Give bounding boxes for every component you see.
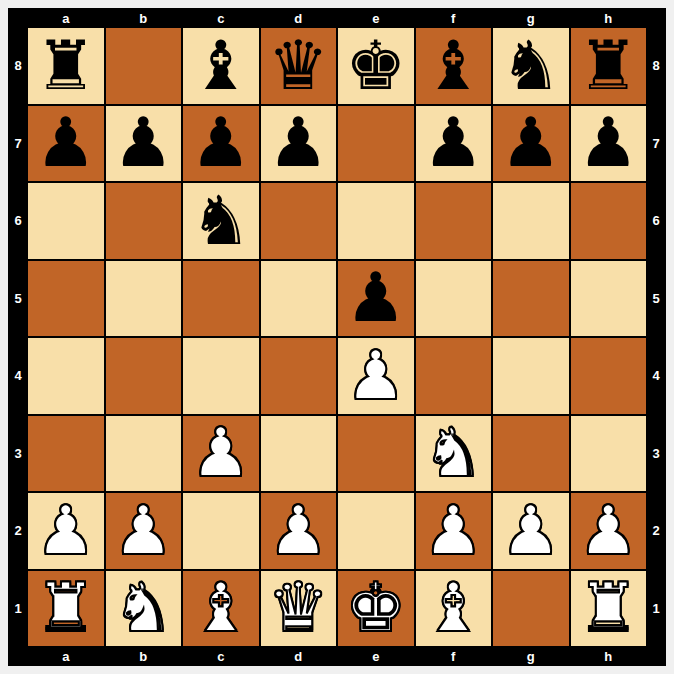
piece-black-pawn[interactable]: ♟ — [423, 109, 484, 177]
piece-white-queen[interactable]: ♛ — [268, 574, 329, 642]
piece-black-pawn[interactable]: ♟ — [268, 109, 329, 177]
rank-label-3: 3 — [8, 416, 28, 492]
square-g3[interactable] — [493, 416, 569, 492]
square-f1[interactable]: ♝ — [416, 571, 492, 647]
piece-black-pawn[interactable]: ♟ — [113, 109, 174, 177]
square-a1[interactable]: ♜ — [28, 571, 104, 647]
rank-label-3: 3 — [646, 416, 666, 492]
square-e7[interactable] — [338, 106, 414, 182]
square-a6[interactable] — [28, 183, 104, 259]
rank-label-2: 2 — [8, 493, 28, 569]
rank-label-4: 4 — [646, 338, 666, 414]
square-b8[interactable] — [106, 28, 182, 104]
square-e8[interactable]: ♚ — [338, 28, 414, 104]
rank-labels-right: 87654321 — [646, 28, 666, 646]
file-label-a: a — [28, 646, 104, 666]
square-e3[interactable] — [338, 416, 414, 492]
square-f6[interactable] — [416, 183, 492, 259]
file-label-f: f — [416, 8, 492, 28]
square-c5[interactable] — [183, 261, 259, 337]
square-d3[interactable] — [261, 416, 337, 492]
rank-label-7: 7 — [646, 106, 666, 182]
piece-white-rook[interactable]: ♜ — [578, 574, 639, 642]
square-e4[interactable]: ♟ — [338, 338, 414, 414]
piece-white-pawn[interactable]: ♟ — [345, 342, 406, 410]
piece-black-pawn[interactable]: ♟ — [35, 109, 96, 177]
square-h6[interactable] — [571, 183, 647, 259]
square-f2[interactable]: ♟ — [416, 493, 492, 569]
square-b5[interactable] — [106, 261, 182, 337]
square-g5[interactable] — [493, 261, 569, 337]
square-e1[interactable]: ♚ — [338, 571, 414, 647]
file-labels-top: abcdefgh — [28, 8, 646, 28]
file-label-g: g — [493, 646, 569, 666]
piece-black-pawn[interactable]: ♟ — [345, 264, 406, 332]
square-b2[interactable]: ♟ — [106, 493, 182, 569]
square-h1[interactable]: ♜ — [571, 571, 647, 647]
square-d4[interactable] — [261, 338, 337, 414]
square-f3[interactable]: ♞ — [416, 416, 492, 492]
square-a8[interactable]: ♜ — [28, 28, 104, 104]
piece-black-rook[interactable]: ♜ — [35, 32, 96, 100]
square-e5[interactable]: ♟ — [338, 261, 414, 337]
piece-white-rook[interactable]: ♜ — [35, 574, 96, 642]
rank-labels-left: 87654321 — [8, 28, 28, 646]
square-d8[interactable]: ♛ — [261, 28, 337, 104]
chess-board-frame: abcdefgh abcdefgh 87654321 87654321 ♜♝♛♚… — [8, 8, 666, 666]
piece-white-pawn[interactable]: ♟ — [268, 497, 329, 565]
piece-black-queen[interactable]: ♛ — [268, 32, 329, 100]
square-a2[interactable]: ♟ — [28, 493, 104, 569]
chess-board: ♜♝♛♚♝♞♜♟♟♟♟♟♟♟♞♟♟♟♞♟♟♟♟♟♟♜♞♝♛♚♝♜ — [28, 28, 646, 646]
rank-label-2: 2 — [646, 493, 666, 569]
square-g6[interactable] — [493, 183, 569, 259]
piece-black-knight[interactable]: ♞ — [190, 187, 251, 255]
square-d2[interactable]: ♟ — [261, 493, 337, 569]
square-g8[interactable]: ♞ — [493, 28, 569, 104]
piece-white-king[interactable]: ♚ — [345, 574, 406, 642]
piece-white-bishop[interactable]: ♝ — [423, 574, 484, 642]
file-label-h: h — [571, 646, 647, 666]
square-h3[interactable] — [571, 416, 647, 492]
square-h2[interactable]: ♟ — [571, 493, 647, 569]
file-label-e: e — [338, 8, 414, 28]
file-labels-bottom: abcdefgh — [28, 646, 646, 666]
square-c4[interactable] — [183, 338, 259, 414]
square-a5[interactable] — [28, 261, 104, 337]
file-label-d: d — [261, 646, 337, 666]
square-f5[interactable] — [416, 261, 492, 337]
square-c7[interactable]: ♟ — [183, 106, 259, 182]
square-h4[interactable] — [571, 338, 647, 414]
square-b4[interactable] — [106, 338, 182, 414]
file-label-b: b — [106, 646, 182, 666]
file-label-f: f — [416, 646, 492, 666]
rank-label-8: 8 — [8, 28, 28, 104]
square-d1[interactable]: ♛ — [261, 571, 337, 647]
square-g1[interactable] — [493, 571, 569, 647]
square-b3[interactable] — [106, 416, 182, 492]
square-a7[interactable]: ♟ — [28, 106, 104, 182]
square-e6[interactable] — [338, 183, 414, 259]
file-label-d: d — [261, 8, 337, 28]
square-c8[interactable]: ♝ — [183, 28, 259, 104]
piece-black-rook[interactable]: ♜ — [578, 32, 639, 100]
square-b7[interactable]: ♟ — [106, 106, 182, 182]
piece-white-pawn[interactable]: ♟ — [423, 497, 484, 565]
rank-label-5: 5 — [646, 261, 666, 337]
rank-label-7: 7 — [8, 106, 28, 182]
rank-label-5: 5 — [8, 261, 28, 337]
file-label-h: h — [571, 8, 647, 28]
piece-white-pawn[interactable]: ♟ — [500, 497, 561, 565]
piece-black-king[interactable]: ♚ — [345, 32, 406, 100]
file-label-c: c — [183, 8, 259, 28]
rank-label-1: 1 — [8, 571, 28, 647]
piece-white-pawn[interactable]: ♟ — [113, 497, 174, 565]
file-label-b: b — [106, 8, 182, 28]
square-b6[interactable] — [106, 183, 182, 259]
square-f7[interactable]: ♟ — [416, 106, 492, 182]
rank-label-4: 4 — [8, 338, 28, 414]
file-label-c: c — [183, 646, 259, 666]
piece-black-pawn[interactable]: ♟ — [500, 109, 561, 177]
square-g7[interactable]: ♟ — [493, 106, 569, 182]
file-label-a: a — [28, 8, 104, 28]
file-label-e: e — [338, 646, 414, 666]
square-f8[interactable]: ♝ — [416, 28, 492, 104]
square-a3[interactable] — [28, 416, 104, 492]
file-label-g: g — [493, 8, 569, 28]
square-e2[interactable] — [338, 493, 414, 569]
square-d6[interactable] — [261, 183, 337, 259]
piece-black-bishop[interactable]: ♝ — [190, 32, 251, 100]
piece-white-bishop[interactable]: ♝ — [190, 574, 251, 642]
square-d5[interactable] — [261, 261, 337, 337]
square-d7[interactable]: ♟ — [261, 106, 337, 182]
square-c2[interactable] — [183, 493, 259, 569]
piece-white-knight[interactable]: ♞ — [113, 574, 174, 642]
square-c1[interactable]: ♝ — [183, 571, 259, 647]
rank-label-8: 8 — [646, 28, 666, 104]
square-g2[interactable]: ♟ — [493, 493, 569, 569]
square-h7[interactable]: ♟ — [571, 106, 647, 182]
rank-label-1: 1 — [646, 571, 666, 647]
square-g4[interactable] — [493, 338, 569, 414]
piece-white-pawn[interactable]: ♟ — [35, 497, 96, 565]
piece-black-bishop[interactable]: ♝ — [423, 32, 484, 100]
square-c3[interactable]: ♟ — [183, 416, 259, 492]
square-a4[interactable] — [28, 338, 104, 414]
piece-black-knight[interactable]: ♞ — [500, 32, 561, 100]
rank-label-6: 6 — [646, 183, 666, 259]
piece-black-pawn[interactable]: ♟ — [190, 109, 251, 177]
square-f4[interactable] — [416, 338, 492, 414]
square-b1[interactable]: ♞ — [106, 571, 182, 647]
piece-white-knight[interactable]: ♞ — [423, 419, 484, 487]
square-c6[interactable]: ♞ — [183, 183, 259, 259]
piece-white-pawn[interactable]: ♟ — [190, 419, 251, 487]
square-h8[interactable]: ♜ — [571, 28, 647, 104]
square-h5[interactable] — [571, 261, 647, 337]
piece-white-pawn[interactable]: ♟ — [578, 497, 639, 565]
rank-label-6: 6 — [8, 183, 28, 259]
piece-black-pawn[interactable]: ♟ — [578, 109, 639, 177]
